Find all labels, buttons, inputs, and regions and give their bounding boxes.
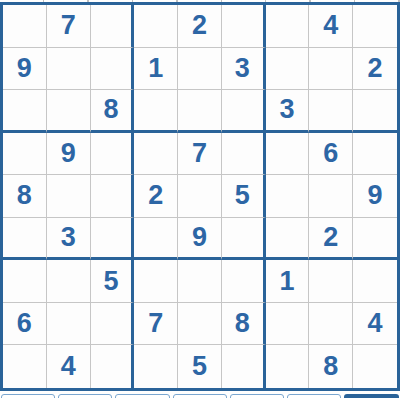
cell-r1c9[interactable] <box>353 5 397 48</box>
cell-r4c3[interactable] <box>91 133 135 176</box>
cell-r5c3[interactable] <box>91 175 135 218</box>
cell-r3c5[interactable] <box>178 90 222 133</box>
cell-r8c2[interactable] <box>47 303 91 346</box>
cell-r2c5[interactable] <box>178 48 222 91</box>
cell-r3c3[interactable]: 8 <box>91 90 135 133</box>
cell-r5c1[interactable]: 8 <box>3 175 47 218</box>
cell-r1c1[interactable] <box>3 5 47 48</box>
cell-r7c6[interactable] <box>222 260 266 303</box>
cell-r9c2[interactable]: 4 <box>47 345 91 388</box>
number-pad-button-5[interactable] <box>230 394 284 398</box>
cell-r3c6[interactable] <box>222 90 266 133</box>
cell-r7c3[interactable]: 5 <box>91 260 135 303</box>
cell-r9c5[interactable]: 5 <box>178 345 222 388</box>
cell-r9c7[interactable] <box>266 345 310 388</box>
cell-r1c8[interactable]: 4 <box>309 5 353 48</box>
cell-r8c6[interactable]: 8 <box>222 303 266 346</box>
cell-r9c4[interactable] <box>134 345 178 388</box>
cell-r3c2[interactable] <box>47 90 91 133</box>
cell-r4c8[interactable]: 6 <box>309 133 353 176</box>
cell-r7c4[interactable] <box>134 260 178 303</box>
cell-r2c2[interactable] <box>47 48 91 91</box>
cell-r5c4[interactable]: 2 <box>134 175 178 218</box>
cell-r4c2[interactable]: 9 <box>47 133 91 176</box>
cell-r6c3[interactable] <box>91 218 135 261</box>
cell-r3c4[interactable] <box>134 90 178 133</box>
number-pad-button-2[interactable] <box>58 394 112 398</box>
cell-r6c2[interactable]: 3 <box>47 218 91 261</box>
cell-r4c4[interactable] <box>134 133 178 176</box>
cell-r8c1[interactable]: 6 <box>3 303 47 346</box>
cell-r1c2[interactable]: 7 <box>47 5 91 48</box>
cell-r2c7[interactable] <box>266 48 310 91</box>
cell-r9c9[interactable] <box>353 345 397 388</box>
cell-r1c7[interactable] <box>266 5 310 48</box>
cell-r7c2[interactable] <box>47 260 91 303</box>
cell-r4c5[interactable]: 7 <box>178 133 222 176</box>
cell-r1c5[interactable]: 2 <box>178 5 222 48</box>
cell-r7c5[interactable] <box>178 260 222 303</box>
cell-r2c8[interactable] <box>309 48 353 91</box>
cell-r6c1[interactable] <box>3 218 47 261</box>
cell-r6c6[interactable] <box>222 218 266 261</box>
cell-r8c4[interactable]: 7 <box>134 303 178 346</box>
cell-r3c7[interactable]: 3 <box>266 90 310 133</box>
cell-r2c3[interactable] <box>91 48 135 91</box>
cell-r6c5[interactable]: 9 <box>178 218 222 261</box>
cell-r4c9[interactable] <box>353 133 397 176</box>
cell-r5c9[interactable]: 9 <box>353 175 397 218</box>
cell-r5c5[interactable] <box>178 175 222 218</box>
cell-r8c5[interactable] <box>178 303 222 346</box>
cell-r1c4[interactable] <box>134 5 178 48</box>
number-pad-button-7[interactable] <box>344 394 399 398</box>
cell-r4c6[interactable] <box>222 133 266 176</box>
cell-r9c1[interactable] <box>3 345 47 388</box>
cell-r4c1[interactable] <box>3 133 47 176</box>
cell-r9c3[interactable] <box>91 345 135 388</box>
cell-r9c6[interactable] <box>222 345 266 388</box>
cell-r8c9[interactable]: 4 <box>353 303 397 346</box>
cell-r5c2[interactable] <box>47 175 91 218</box>
cell-r6c9[interactable] <box>353 218 397 261</box>
cell-r2c4[interactable]: 1 <box>134 48 178 91</box>
cell-r1c3[interactable] <box>91 5 135 48</box>
cell-r2c1[interactable]: 9 <box>3 48 47 91</box>
cell-r7c8[interactable] <box>309 260 353 303</box>
cell-r2c9[interactable]: 2 <box>353 48 397 91</box>
cropped-number-pad <box>0 391 400 398</box>
cell-r6c7[interactable] <box>266 218 310 261</box>
cell-r5c6[interactable]: 5 <box>222 175 266 218</box>
sudoku-page: 7249132839768259392516784458 <box>0 0 400 398</box>
cell-r3c1[interactable] <box>3 90 47 133</box>
cell-r2c6[interactable]: 3 <box>222 48 266 91</box>
cell-r5c7[interactable] <box>266 175 310 218</box>
cell-r7c9[interactable] <box>353 260 397 303</box>
cell-r5c8[interactable] <box>309 175 353 218</box>
cell-r1c6[interactable] <box>222 5 266 48</box>
number-pad-button-3[interactable] <box>115 394 169 398</box>
number-pad-button-1[interactable] <box>1 394 55 398</box>
cell-r8c8[interactable] <box>309 303 353 346</box>
number-pad-button-4[interactable] <box>173 394 227 398</box>
sudoku-board: 7249132839768259392516784458 <box>0 2 400 391</box>
cell-r9c8[interactable]: 8 <box>309 345 353 388</box>
cell-r7c7[interactable]: 1 <box>266 260 310 303</box>
cell-r6c4[interactable] <box>134 218 178 261</box>
cell-r3c8[interactable] <box>309 90 353 133</box>
cell-r4c7[interactable] <box>266 133 310 176</box>
cell-r8c3[interactable] <box>91 303 135 346</box>
number-pad-button-6[interactable] <box>287 394 341 398</box>
cell-r3c9[interactable] <box>353 90 397 133</box>
cell-r6c8[interactable]: 2 <box>309 218 353 261</box>
cell-r8c7[interactable] <box>266 303 310 346</box>
cell-r7c1[interactable] <box>3 260 47 303</box>
